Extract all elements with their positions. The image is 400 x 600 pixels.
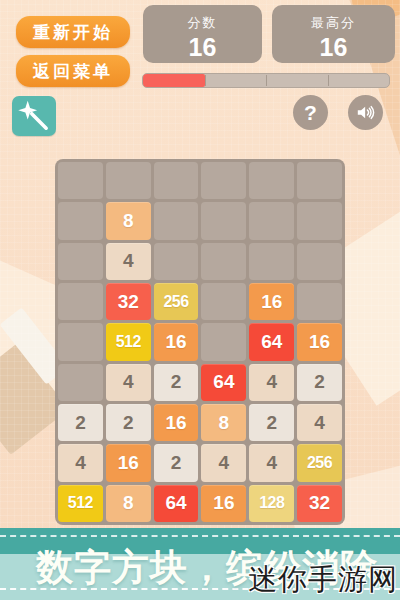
tile-16-r4c5: 16 bbox=[249, 283, 294, 320]
tile-32-r9c6: 32 bbox=[297, 485, 342, 522]
empty-cell-r3c5 bbox=[249, 243, 294, 280]
empty-cell-r5c1 bbox=[58, 323, 103, 360]
tile-16-r5c3: 16 bbox=[154, 323, 199, 360]
empty-cell-r4c4 bbox=[201, 283, 246, 320]
empty-cell-r1c3 bbox=[154, 162, 199, 199]
empty-cell-r2c1 bbox=[58, 202, 103, 239]
game-screen: 重新开始 返回菜单 分数 16 最高分 16 ? bbox=[0, 0, 400, 600]
empty-cell-r1c2 bbox=[106, 162, 151, 199]
tile-512-r5c2: 512 bbox=[106, 323, 151, 360]
progress-divider bbox=[328, 75, 329, 86]
tile-4-r6c5: 4 bbox=[249, 364, 294, 401]
empty-cell-r2c3 bbox=[154, 202, 199, 239]
magic-wand-button[interactable] bbox=[12, 96, 56, 136]
tile-4-r8c4: 4 bbox=[201, 444, 246, 481]
tile-64-r9c3: 64 bbox=[154, 485, 199, 522]
board[interactable]: 8432256165121664164264422216824416244256… bbox=[55, 159, 345, 525]
progress-fill bbox=[143, 74, 205, 87]
tile-2-r7c5: 2 bbox=[249, 404, 294, 441]
empty-cell-r3c6 bbox=[297, 243, 342, 280]
empty-cell-r1c1 bbox=[58, 162, 103, 199]
best-score-label: 最高分 bbox=[272, 14, 395, 32]
tile-512-r9c1: 512 bbox=[58, 485, 103, 522]
tile-4-r7c6: 4 bbox=[297, 404, 342, 441]
tile-64-r6c4: 64 bbox=[201, 364, 246, 401]
question-icon: ? bbox=[304, 101, 317, 125]
empty-cell-r2c6 bbox=[297, 202, 342, 239]
empty-cell-r2c4 bbox=[201, 202, 246, 239]
tile-16-r9c4: 16 bbox=[201, 485, 246, 522]
tile-8-r2c2: 8 bbox=[106, 202, 151, 239]
empty-cell-r1c4 bbox=[201, 162, 246, 199]
tile-16-r7c3: 16 bbox=[154, 404, 199, 441]
tile-2-r7c2: 2 bbox=[106, 404, 151, 441]
tile-4-r6c2: 4 bbox=[106, 364, 151, 401]
tile-2-r6c3: 2 bbox=[154, 364, 199, 401]
tile-8-r9c2: 8 bbox=[106, 485, 151, 522]
tile-8-r7c4: 8 bbox=[201, 404, 246, 441]
best-score-panel: 最高分 16 bbox=[272, 5, 395, 63]
tile-2-r7c1: 2 bbox=[58, 404, 103, 441]
tile-4-r8c5: 4 bbox=[249, 444, 294, 481]
tile-2-r8c3: 2 bbox=[154, 444, 199, 481]
best-score-value: 16 bbox=[272, 33, 395, 62]
empty-cell-r1c6 bbox=[297, 162, 342, 199]
empty-cell-r4c1 bbox=[58, 283, 103, 320]
sound-button[interactable] bbox=[348, 95, 383, 130]
restart-button[interactable]: 重新开始 bbox=[16, 16, 130, 48]
empty-cell-r1c5 bbox=[249, 162, 294, 199]
empty-cell-r4c6 bbox=[297, 283, 342, 320]
tile-4-r3c2: 4 bbox=[106, 243, 151, 280]
tile-32-r4c2: 32 bbox=[106, 283, 151, 320]
speaker-icon bbox=[355, 102, 376, 123]
tile-16-r8c2: 16 bbox=[106, 444, 151, 481]
empty-cell-r2c5 bbox=[249, 202, 294, 239]
back-to-menu-button[interactable]: 返回菜单 bbox=[16, 55, 130, 87]
empty-cell-r3c3 bbox=[154, 243, 199, 280]
banner-dashed-line-top bbox=[0, 535, 400, 537]
progress-bar bbox=[142, 73, 390, 88]
site-watermark: 迷你手游网 bbox=[248, 560, 398, 600]
empty-cell-r3c1 bbox=[58, 243, 103, 280]
tile-64-r5c5: 64 bbox=[249, 323, 294, 360]
tile-2-r6c6: 2 bbox=[297, 364, 342, 401]
tile-16-r5c6: 16 bbox=[297, 323, 342, 360]
magic-wand-icon bbox=[14, 98, 54, 134]
tile-128-r9c5: 128 bbox=[249, 485, 294, 522]
tile-4-r8c1: 4 bbox=[58, 444, 103, 481]
progress-divider bbox=[205, 75, 206, 86]
empty-cell-r6c1 bbox=[58, 364, 103, 401]
score-panel: 分数 16 bbox=[143, 5, 262, 63]
empty-cell-r5c4 bbox=[201, 323, 246, 360]
help-button[interactable]: ? bbox=[293, 95, 328, 130]
tile-256-r8c6: 256 bbox=[297, 444, 342, 481]
progress-divider bbox=[266, 75, 267, 86]
score-value: 16 bbox=[143, 33, 262, 62]
empty-cell-r3c4 bbox=[201, 243, 246, 280]
score-label: 分数 bbox=[143, 14, 262, 32]
tile-256-r4c3: 256 bbox=[154, 283, 199, 320]
